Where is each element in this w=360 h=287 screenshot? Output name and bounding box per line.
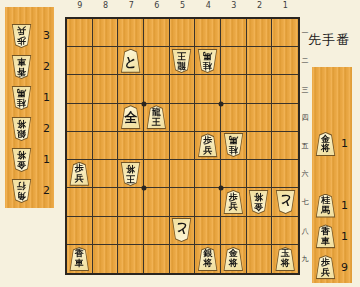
square-9-1[interactable] — [67, 19, 93, 47]
piece-kanji: 金将 — [12, 149, 31, 171]
piece-kanji: 銀将 — [198, 248, 217, 270]
piece-gote-gold[interactable]: 金将 — [248, 190, 269, 214]
file-label: 6 — [144, 1, 170, 10]
piece-kanji: と — [121, 50, 140, 72]
square-1-1[interactable] — [272, 19, 298, 47]
hand-count: 1 — [43, 91, 50, 104]
square-9-5[interactable] — [67, 132, 93, 160]
piece-gote-lance[interactable]: 香車 — [11, 55, 32, 79]
square-7-8[interactable] — [118, 217, 144, 245]
square-7-1[interactable] — [118, 19, 144, 47]
square-6-4[interactable]: 龍王 — [144, 104, 170, 132]
piece-sente-dragon-king[interactable]: 龍王 — [146, 105, 167, 129]
square-1-3[interactable] — [272, 75, 298, 103]
piece-kanji: 龍王 — [147, 106, 166, 128]
file-label: 5 — [170, 1, 196, 10]
square-6-3[interactable] — [144, 75, 170, 103]
square-7-6[interactable]: 王将 — [118, 160, 144, 188]
hand-slot-sente-lance: 香車1 — [312, 221, 352, 252]
square-7-2[interactable]: と — [118, 47, 144, 75]
square-4-2[interactable]: 桂馬 — [195, 47, 221, 75]
square-6-8[interactable] — [144, 217, 170, 245]
square-1-9[interactable]: 玉将 — [272, 245, 298, 273]
rank-label: 六 — [300, 160, 310, 188]
hand-count: 1 — [341, 199, 348, 212]
square-4-7[interactable] — [195, 188, 221, 216]
square-1-5[interactable] — [272, 132, 298, 160]
rank-label: 三 — [300, 75, 310, 103]
file-label: 8 — [93, 1, 119, 10]
square-3-7[interactable]: 歩兵 — [221, 188, 247, 216]
piece-sente-promoted-silver[interactable]: 全 — [120, 105, 141, 129]
square-9-7[interactable] — [67, 188, 93, 216]
piece-sente-gold[interactable]: 金将 — [223, 247, 244, 271]
square-5-6[interactable] — [170, 160, 196, 188]
square-6-6[interactable] — [144, 160, 170, 188]
piece-kanji: 玉将 — [276, 248, 295, 270]
square-4-5[interactable]: 歩兵 — [195, 132, 221, 160]
sente-hand-tray: 金将1桂馬1香車1歩兵9 — [312, 67, 352, 283]
turn-indicator: 先手番 — [308, 31, 358, 49]
rank-label: 二 — [300, 47, 310, 75]
piece-kanji: 香車 — [70, 248, 89, 270]
square-2-7[interactable]: 金将 — [247, 188, 273, 216]
square-1-2[interactable] — [272, 47, 298, 75]
square-3-3[interactable] — [221, 75, 247, 103]
file-label: 1 — [272, 1, 298, 10]
piece-kanji: 歩兵 — [198, 134, 217, 156]
piece-kanji: 桂馬 — [198, 50, 217, 72]
piece-kanji: 金将 — [224, 248, 243, 270]
square-4-8[interactable] — [195, 217, 221, 245]
square-9-2[interactable] — [67, 47, 93, 75]
hand-slot-gote-lance: 香車2 — [5, 51, 54, 82]
file-labels: 987654321 — [67, 1, 298, 10]
piece-kanji: 金将 — [316, 133, 335, 155]
square-2-4[interactable] — [247, 104, 273, 132]
hand-slot-sente-pawn: 歩兵9 — [312, 252, 352, 283]
square-6-2[interactable] — [144, 47, 170, 75]
hand-count: 1 — [341, 137, 348, 150]
file-label: 7 — [118, 1, 144, 10]
piece-kanji: 金将 — [249, 191, 268, 213]
piece-sente-pawn[interactable]: 歩兵 — [223, 190, 244, 214]
piece-sente-king[interactable]: 玉将 — [275, 247, 296, 271]
file-label: 3 — [221, 1, 247, 10]
piece-kanji: 桂馬 — [224, 134, 243, 156]
hand-slot-sente-gold: 金将1 — [312, 129, 352, 160]
piece-sente-silver[interactable]: 銀将 — [197, 247, 218, 271]
square-8-8[interactable] — [93, 217, 119, 245]
square-5-9[interactable] — [170, 245, 196, 273]
piece-gote-pawn[interactable]: 歩兵 — [11, 24, 32, 48]
piece-gote-knight[interactable]: 桂馬 — [11, 86, 32, 110]
piece-kanji: 桂馬 — [316, 195, 335, 217]
piece-sente-gold[interactable]: 金将 — [315, 132, 336, 156]
square-9-4[interactable] — [67, 104, 93, 132]
piece-kanji: と — [172, 219, 191, 241]
hand-count: 1 — [43, 153, 50, 166]
square-7-3[interactable] — [118, 75, 144, 103]
piece-sente-pawn[interactable]: 歩兵 — [197, 133, 218, 157]
square-5-4[interactable] — [170, 104, 196, 132]
gote-hand-tray: 歩兵3香車2桂馬1銀将2金将1角行2 — [5, 7, 54, 208]
hand-count: 2 — [43, 184, 50, 197]
square-3-8[interactable] — [221, 217, 247, 245]
square-5-1[interactable] — [170, 19, 196, 47]
square-5-3[interactable] — [170, 75, 196, 103]
square-5-8[interactable]: と — [170, 217, 196, 245]
square-2-1[interactable] — [247, 19, 273, 47]
hand-slot-sente-silver — [312, 159, 352, 190]
square-4-6[interactable] — [195, 160, 221, 188]
square-5-7[interactable] — [170, 188, 196, 216]
piece-sente-pawn[interactable]: 歩兵 — [69, 162, 90, 186]
square-2-5[interactable] — [247, 132, 273, 160]
square-4-4[interactable] — [195, 104, 221, 132]
square-1-6[interactable] — [272, 160, 298, 188]
piece-kanji: 王将 — [121, 163, 140, 185]
square-9-3[interactable] — [67, 75, 93, 103]
piece-kanji: 歩兵 — [12, 25, 31, 47]
piece-kanji: 歩兵 — [224, 191, 243, 213]
square-9-6[interactable]: 歩兵 — [67, 160, 93, 188]
piece-gote-dragon-king[interactable]: 龍王 — [171, 49, 192, 73]
square-2-6[interactable] — [247, 160, 273, 188]
square-8-5[interactable] — [93, 132, 119, 160]
piece-kanji: 角行 — [12, 180, 31, 202]
square-3-1[interactable] — [221, 19, 247, 47]
square-7-4[interactable]: 全 — [118, 104, 144, 132]
square-1-8[interactable] — [272, 217, 298, 245]
file-label: 9 — [67, 1, 93, 10]
piece-sente-pawn[interactable]: 歩兵 — [315, 255, 336, 279]
square-7-5[interactable] — [118, 132, 144, 160]
square-2-9[interactable] — [247, 245, 273, 273]
piece-gote-gold[interactable]: 金将 — [11, 148, 32, 172]
piece-kanji: 龍王 — [172, 50, 191, 72]
piece-kanji: 香車 — [12, 56, 31, 78]
square-7-7[interactable] — [118, 188, 144, 216]
rank-label: 五 — [300, 132, 310, 160]
square-8-9[interactable] — [93, 245, 119, 273]
square-8-3[interactable] — [93, 75, 119, 103]
piece-sente-lance[interactable]: 香車 — [315, 224, 336, 248]
piece-kanji: 銀将 — [12, 118, 31, 140]
file-label: 4 — [195, 1, 221, 10]
square-8-1[interactable] — [93, 19, 119, 47]
piece-gote-knight[interactable]: 桂馬 — [197, 49, 218, 73]
piece-sente-lance[interactable]: 香車 — [69, 247, 90, 271]
hand-slot-gote-knight: 桂馬1 — [5, 82, 54, 113]
piece-kanji: 全 — [121, 106, 140, 128]
hand-slot-gote-silver: 銀将2 — [5, 113, 54, 144]
piece-gote-bishop[interactable]: 角行 — [11, 179, 32, 203]
square-2-3[interactable] — [247, 75, 273, 103]
piece-gote-knight[interactable]: 桂馬 — [223, 133, 244, 157]
piece-kanji: と — [276, 191, 295, 213]
hand-count: 2 — [43, 60, 50, 73]
hand-slot-sente-bishop — [312, 98, 352, 129]
square-8-4[interactable] — [93, 104, 119, 132]
square-3-4[interactable] — [221, 104, 247, 132]
square-2-8[interactable] — [247, 217, 273, 245]
piece-sente-knight[interactable]: 桂馬 — [315, 194, 336, 218]
square-6-7[interactable] — [144, 188, 170, 216]
hand-slot-gote-pawn: 歩兵3 — [5, 20, 54, 51]
piece-gote-tokin[interactable]: と — [171, 218, 192, 242]
square-1-4[interactable] — [272, 104, 298, 132]
square-5-5[interactable] — [170, 132, 196, 160]
hand-count: 9 — [341, 261, 348, 274]
hand-count: 3 — [43, 29, 50, 42]
square-8-6[interactable] — [93, 160, 119, 188]
rank-label: 九 — [300, 245, 310, 273]
piece-kanji: 香車 — [316, 225, 335, 247]
hand-slot-sente-rook — [312, 67, 352, 98]
rank-labels: 一二三四五六七八九 — [300, 19, 310, 273]
rank-label: 七 — [300, 188, 310, 216]
hand-count: 1 — [341, 230, 348, 243]
square-5-2[interactable]: 龍王 — [170, 47, 196, 75]
square-8-2[interactable] — [93, 47, 119, 75]
piece-gote-silver[interactable]: 銀将 — [11, 117, 32, 141]
file-label: 2 — [247, 1, 273, 10]
square-1-7[interactable]: と — [272, 188, 298, 216]
square-6-1[interactable] — [144, 19, 170, 47]
square-9-8[interactable] — [67, 217, 93, 245]
hand-slot-sente-knight: 桂馬1 — [312, 190, 352, 221]
square-9-9[interactable]: 香車 — [67, 245, 93, 273]
square-3-5[interactable]: 桂馬 — [221, 132, 247, 160]
hand-slot-gote-bishop: 角行2 — [5, 175, 54, 206]
rank-label: 四 — [300, 104, 310, 132]
shogi-app: { "game": "shogi", "position": "9/2+P1+r… — [0, 0, 360, 287]
square-3-9[interactable]: 金将 — [221, 245, 247, 273]
piece-gote-king[interactable]: 王将 — [120, 162, 141, 186]
hand-slot-gote-gold: 金将1 — [5, 144, 54, 175]
piece-kanji: 桂馬 — [12, 87, 31, 109]
square-4-9[interactable]: 銀将 — [195, 245, 221, 273]
square-3-6[interactable] — [221, 160, 247, 188]
hand-count: 2 — [43, 122, 50, 135]
shogi-board: と龍王桂馬全龍王歩兵桂馬歩兵王将歩兵金将とと香車銀将金将玉将 — [65, 17, 300, 275]
square-4-3[interactable] — [195, 75, 221, 103]
square-8-7[interactable] — [93, 188, 119, 216]
square-7-9[interactable] — [118, 245, 144, 273]
square-4-1[interactable] — [195, 19, 221, 47]
square-3-2[interactable] — [221, 47, 247, 75]
square-6-5[interactable] — [144, 132, 170, 160]
piece-sente-tokin[interactable]: と — [120, 49, 141, 73]
piece-kanji: 歩兵 — [70, 163, 89, 185]
square-2-2[interactable] — [247, 47, 273, 75]
rank-label: 八 — [300, 217, 310, 245]
piece-kanji: 歩兵 — [316, 256, 335, 278]
piece-gote-tokin[interactable]: と — [275, 190, 296, 214]
square-6-9[interactable] — [144, 245, 170, 273]
